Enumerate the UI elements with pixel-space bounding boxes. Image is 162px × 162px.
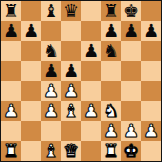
square-e7[interactable] [81,21,101,41]
square-e6[interactable]: ♟ [81,41,101,61]
piece-white-queen: ♛ [63,141,79,161]
square-f3[interactable]: ♞ [101,101,121,121]
square-b7[interactable]: ♟ [21,21,41,41]
square-a7[interactable]: ♟ [1,21,21,41]
piece-black-pawn: ♟ [103,21,119,41]
square-c3[interactable]: ♟ [41,101,61,121]
square-a3[interactable]: ♟ [1,101,21,121]
square-c7[interactable] [41,21,61,41]
square-f6[interactable]: ♞ [101,41,121,61]
square-b6[interactable] [21,41,41,61]
piece-white-king: ♚ [123,141,139,161]
square-f4[interactable] [101,81,121,101]
piece-black-king: ♚ [123,1,139,21]
piece-black-rook: ♜ [3,1,19,21]
square-e3[interactable]: ♟ [81,101,101,121]
piece-black-knight: ♞ [103,41,119,61]
square-e1[interactable] [81,141,101,161]
square-a8[interactable]: ♜ [1,1,21,21]
square-d8[interactable]: ♛ [61,1,81,21]
square-f1[interactable]: ♜ [101,141,121,161]
square-g7[interactable]: ♟ [121,21,141,41]
square-h4[interactable] [141,81,161,101]
square-e5[interactable] [81,61,101,81]
square-g8[interactable]: ♚ [121,1,141,21]
square-f2[interactable]: ♟ [101,121,121,141]
chess-board-wrapper: ♜♝♛♜♚♟♟♟♟♟♞♟♞♟♟♟♟♟♟♝♟♞♟♟♟♜♝♛♜♚ [0,0,162,162]
square-f7[interactable]: ♟ [101,21,121,41]
piece-white-pawn: ♟ [43,81,59,101]
square-a6[interactable] [1,41,21,61]
piece-white-pawn: ♟ [123,121,139,141]
square-c6[interactable]: ♞ [41,41,61,61]
piece-white-pawn: ♟ [103,121,119,141]
square-f8[interactable]: ♜ [101,1,121,21]
piece-white-pawn: ♟ [143,121,159,141]
square-c8[interactable]: ♝ [41,1,61,21]
square-d4[interactable]: ♟ [61,81,81,101]
square-h7[interactable]: ♟ [141,21,161,41]
square-b5[interactable] [21,61,41,81]
square-d3[interactable]: ♝ [61,101,81,121]
square-h6[interactable] [141,41,161,61]
square-d2[interactable] [61,121,81,141]
piece-white-bishop: ♝ [43,141,59,161]
piece-white-pawn: ♟ [3,101,19,121]
square-c2[interactable] [41,121,61,141]
square-h1[interactable] [141,141,161,161]
square-b8[interactable] [21,1,41,21]
square-c1[interactable]: ♝ [41,141,61,161]
piece-black-pawn: ♟ [43,61,59,81]
square-d5[interactable]: ♟ [61,61,81,81]
square-c5[interactable]: ♟ [41,61,61,81]
square-h2[interactable]: ♟ [141,121,161,141]
square-g2[interactable]: ♟ [121,121,141,141]
square-a2[interactable] [1,121,21,141]
square-g1[interactable]: ♚ [121,141,141,161]
square-a4[interactable] [1,81,21,101]
square-g3[interactable] [121,101,141,121]
square-h8[interactable] [141,1,161,21]
piece-black-queen: ♛ [63,1,79,21]
square-e8[interactable] [81,1,101,21]
piece-black-rook: ♜ [103,1,119,21]
piece-black-knight: ♞ [43,41,59,61]
square-d6[interactable] [61,41,81,61]
square-c4[interactable]: ♟ [41,81,61,101]
piece-black-pawn: ♟ [143,21,159,41]
piece-black-pawn: ♟ [3,21,19,41]
piece-white-bishop: ♝ [63,101,79,121]
square-g6[interactable] [121,41,141,61]
square-e2[interactable] [81,121,101,141]
square-b3[interactable] [21,101,41,121]
square-a5[interactable] [1,61,21,81]
piece-black-pawn: ♟ [23,21,39,41]
square-b4[interactable] [21,81,41,101]
piece-black-pawn: ♟ [63,61,79,81]
chess-board: ♜♝♛♜♚♟♟♟♟♟♞♟♞♟♟♟♟♟♟♝♟♞♟♟♟♜♝♛♜♚ [0,0,162,162]
piece-black-bishop: ♝ [43,1,59,21]
square-f5[interactable] [101,61,121,81]
square-d7[interactable] [61,21,81,41]
piece-white-pawn: ♟ [43,101,59,121]
square-h3[interactable] [141,101,161,121]
square-b2[interactable] [21,121,41,141]
square-a1[interactable]: ♜ [1,141,21,161]
piece-white-rook: ♜ [3,141,19,161]
piece-white-pawn: ♟ [83,101,99,121]
piece-black-pawn: ♟ [83,41,99,61]
square-b1[interactable] [21,141,41,161]
square-d1[interactable]: ♛ [61,141,81,161]
square-e4[interactable] [81,81,101,101]
piece-white-pawn: ♟ [63,81,79,101]
square-h5[interactable] [141,61,161,81]
piece-black-pawn: ♟ [123,21,139,41]
square-g5[interactable] [121,61,141,81]
square-g4[interactable] [121,81,141,101]
piece-white-rook: ♜ [103,141,119,161]
piece-white-knight: ♞ [103,101,119,121]
